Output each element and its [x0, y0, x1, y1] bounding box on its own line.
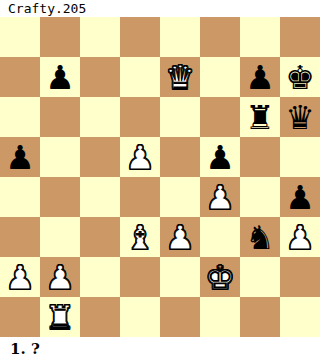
black-queen[interactable]: ♛ — [285, 101, 315, 134]
square-a4[interactable] — [0, 177, 40, 217]
square-e2[interactable] — [160, 257, 200, 297]
white-pawn[interactable]: ♟ — [45, 261, 75, 294]
square-c6[interactable] — [80, 97, 120, 137]
square-f6[interactable] — [200, 97, 240, 137]
square-b8[interactable] — [40, 17, 80, 57]
square-f5[interactable]: ♟ — [200, 137, 240, 177]
square-h5[interactable] — [280, 137, 320, 177]
square-h7[interactable]: ♚ — [280, 57, 320, 97]
square-e4[interactable] — [160, 177, 200, 217]
square-g4[interactable] — [240, 177, 280, 217]
black-king[interactable]: ♚ — [285, 61, 315, 94]
black-knight[interactable]: ♞ — [245, 221, 275, 254]
square-f8[interactable] — [200, 17, 240, 57]
white-pawn[interactable]: ♟ — [125, 141, 155, 174]
square-d6[interactable] — [120, 97, 160, 137]
square-d1[interactable] — [120, 297, 160, 337]
square-a7[interactable] — [0, 57, 40, 97]
square-b4[interactable] — [40, 177, 80, 217]
white-pawn[interactable]: ♟ — [5, 261, 35, 294]
white-bishop[interactable]: ♝ — [125, 221, 155, 254]
square-d2[interactable] — [120, 257, 160, 297]
square-d5[interactable]: ♟ — [120, 137, 160, 177]
chess-board: ♟♛♟♚♜♛♟♟♟♟♟♝♟♞♟♟♟♚♜ — [0, 17, 320, 337]
square-g6[interactable]: ♜ — [240, 97, 280, 137]
square-h4[interactable]: ♟ — [280, 177, 320, 217]
square-g1[interactable] — [240, 297, 280, 337]
square-b6[interactable] — [40, 97, 80, 137]
square-h1[interactable] — [280, 297, 320, 337]
square-b3[interactable] — [40, 217, 80, 257]
square-e1[interactable] — [160, 297, 200, 337]
black-pawn[interactable]: ♟ — [45, 61, 75, 94]
square-c4[interactable] — [80, 177, 120, 217]
square-c1[interactable] — [80, 297, 120, 337]
square-g8[interactable] — [240, 17, 280, 57]
square-d4[interactable] — [120, 177, 160, 217]
square-e8[interactable] — [160, 17, 200, 57]
white-queen[interactable]: ♛ — [165, 61, 195, 94]
white-rook[interactable]: ♜ — [45, 301, 75, 334]
square-d3[interactable]: ♝ — [120, 217, 160, 257]
square-c5[interactable] — [80, 137, 120, 177]
black-pawn[interactable]: ♟ — [285, 181, 315, 214]
square-a8[interactable] — [0, 17, 40, 57]
square-e6[interactable] — [160, 97, 200, 137]
square-a1[interactable] — [0, 297, 40, 337]
square-g7[interactable]: ♟ — [240, 57, 280, 97]
square-c7[interactable] — [80, 57, 120, 97]
square-h8[interactable] — [280, 17, 320, 57]
square-g3[interactable]: ♞ — [240, 217, 280, 257]
square-f4[interactable]: ♟ — [200, 177, 240, 217]
white-pawn[interactable]: ♟ — [285, 221, 315, 254]
square-h6[interactable]: ♛ — [280, 97, 320, 137]
move-prompt: 1. ? — [0, 337, 320, 360]
square-b1[interactable]: ♜ — [40, 297, 80, 337]
square-d8[interactable] — [120, 17, 160, 57]
square-e5[interactable] — [160, 137, 200, 177]
square-c3[interactable] — [80, 217, 120, 257]
square-d7[interactable] — [120, 57, 160, 97]
black-pawn[interactable]: ♟ — [205, 141, 235, 174]
square-h2[interactable] — [280, 257, 320, 297]
square-c2[interactable] — [80, 257, 120, 297]
square-e7[interactable]: ♛ — [160, 57, 200, 97]
square-f7[interactable] — [200, 57, 240, 97]
black-rook[interactable]: ♜ — [245, 101, 275, 134]
square-c8[interactable] — [80, 17, 120, 57]
square-f1[interactable] — [200, 297, 240, 337]
square-f3[interactable] — [200, 217, 240, 257]
square-b5[interactable] — [40, 137, 80, 177]
black-pawn[interactable]: ♟ — [245, 61, 275, 94]
square-a2[interactable]: ♟ — [0, 257, 40, 297]
white-king[interactable]: ♚ — [205, 261, 235, 294]
square-b7[interactable]: ♟ — [40, 57, 80, 97]
white-pawn[interactable]: ♟ — [165, 221, 195, 254]
square-h3[interactable]: ♟ — [280, 217, 320, 257]
square-a3[interactable] — [0, 217, 40, 257]
square-b2[interactable]: ♟ — [40, 257, 80, 297]
window-title: Crafty.205 — [0, 0, 320, 17]
square-f2[interactable]: ♚ — [200, 257, 240, 297]
square-g2[interactable] — [240, 257, 280, 297]
white-pawn[interactable]: ♟ — [205, 181, 235, 214]
square-g5[interactable] — [240, 137, 280, 177]
square-a5[interactable]: ♟ — [0, 137, 40, 177]
square-a6[interactable] — [0, 97, 40, 137]
chess-app-window: Crafty.205 ♟♛♟♚♜♛♟♟♟♟♟♝♟♞♟♟♟♚♜ 1. ? — [0, 0, 320, 360]
black-pawn[interactable]: ♟ — [5, 141, 35, 174]
square-e3[interactable]: ♟ — [160, 217, 200, 257]
